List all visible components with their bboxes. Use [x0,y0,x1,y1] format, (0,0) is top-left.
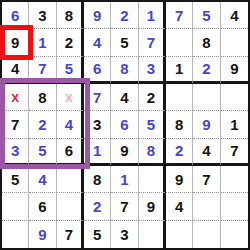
cell-r5c2[interactable]: 2 [29,111,56,138]
cell-r2c5[interactable]: 5 [111,29,138,56]
cell-r8c1[interactable] [2,193,29,220]
cell-r2c1[interactable]: 9 [2,29,29,56]
cell-r8c7[interactable]: 4 [166,193,193,220]
cell-r9c9[interactable] [221,221,248,248]
cell-r3c1[interactable]: 4 [2,57,29,84]
cell-r3c7[interactable]: 1 [166,57,193,84]
cell-r9c1[interactable] [2,221,29,248]
cell-r2c4[interactable]: 4 [84,29,111,56]
cell-r4c2[interactable]: 8 [29,84,56,111]
cell-r8c3[interactable] [57,193,84,220]
cell-r9c2[interactable]: 9 [29,221,56,248]
cell-r3c2[interactable]: 7 [29,57,56,84]
cell-r1c7[interactable]: 7 [166,2,193,29]
cell-r1c1[interactable]: 6 [2,2,29,29]
cell-r6c5[interactable]: 9 [111,139,138,166]
cell-r4c3[interactable]: x [57,84,84,111]
cell-r2c7[interactable] [166,29,193,56]
cell-r1c5[interactable]: 2 [111,2,138,29]
cell-r5c6[interactable]: 5 [139,111,166,138]
cell-r3c3[interactable]: 5 [57,57,84,84]
cell-r2c2[interactable]: 1 [29,29,56,56]
cell-r8c6[interactable]: 9 [139,193,166,220]
cell-r6c4[interactable]: 1 [84,139,111,166]
cell-r5c7[interactable]: 8 [166,111,193,138]
cell-r9c7[interactable] [166,221,193,248]
cell-r9c4[interactable]: 5 [84,221,111,248]
cell-r4c6[interactable]: 2 [139,84,166,111]
cell-r6c1[interactable]: 3 [2,139,29,166]
cell-r9c3[interactable]: 7 [57,221,84,248]
cell-r7c2[interactable]: 4 [29,166,56,193]
cell-r3c4[interactable]: 6 [84,57,111,84]
cell-r2c9[interactable] [221,29,248,56]
cell-r3c6[interactable]: 3 [139,57,166,84]
cell-r2c6[interactable]: 7 [139,29,166,56]
cell-r8c2[interactable]: 6 [29,193,56,220]
cell-r4c7[interactable] [166,84,193,111]
cell-r6c9[interactable]: 7 [221,139,248,166]
cell-r9c6[interactable] [139,221,166,248]
cell-r1c6[interactable]: 1 [139,2,166,29]
cell-r3c5[interactable]: 8 [111,57,138,84]
cell-r1c4[interactable]: 9 [84,2,111,29]
cell-r1c8[interactable]: 5 [193,2,220,29]
cell-r4c5[interactable]: 4 [111,84,138,111]
cell-r8c5[interactable]: 7 [111,193,138,220]
cell-r8c9[interactable] [221,193,248,220]
cell-r4c8[interactable] [193,84,220,111]
cell-r7c8[interactable]: 7 [193,166,220,193]
cell-r1c2[interactable]: 3 [29,2,56,29]
cell-r2c8[interactable]: 8 [193,29,220,56]
cell-r5c8[interactable]: 9 [193,111,220,138]
cell-r7c6[interactable] [139,166,166,193]
cell-r7c1[interactable]: 5 [2,166,29,193]
cell-r6c3[interactable]: 6 [57,139,84,166]
cell-r4c9[interactable] [221,84,248,111]
cell-r4c4[interactable]: 7 [84,84,111,111]
sudoku-grid: 6389217549124578475683129x8x742724365891… [2,2,248,248]
cell-r3c8[interactable]: 2 [193,57,220,84]
cell-r6c2[interactable]: 5 [29,139,56,166]
cell-r4c1[interactable]: x [2,84,29,111]
cell-r7c5[interactable]: 1 [111,166,138,193]
cell-r5c3[interactable]: 4 [57,111,84,138]
cell-r9c8[interactable] [193,221,220,248]
cell-r5c4[interactable]: 3 [84,111,111,138]
cell-r7c3[interactable] [57,166,84,193]
cell-r3c9[interactable]: 9 [221,57,248,84]
cell-r8c4[interactable]: 2 [84,193,111,220]
sudoku-board: 6389217549124578475683129x8x742724365891… [0,0,250,250]
cell-r9c5[interactable]: 3 [111,221,138,248]
cell-r7c4[interactable]: 8 [84,166,111,193]
cell-r2c3[interactable]: 2 [57,29,84,56]
cell-r5c5[interactable]: 6 [111,111,138,138]
cell-r7c7[interactable]: 9 [166,166,193,193]
cell-r6c7[interactable]: 2 [166,139,193,166]
cell-r5c9[interactable]: 1 [221,111,248,138]
cell-r6c6[interactable]: 8 [139,139,166,166]
cell-r5c1[interactable]: 7 [2,111,29,138]
cell-r7c9[interactable] [221,166,248,193]
cell-r6c8[interactable]: 4 [193,139,220,166]
cell-r1c9[interactable]: 4 [221,2,248,29]
cell-r1c3[interactable]: 8 [57,2,84,29]
cell-r8c8[interactable] [193,193,220,220]
